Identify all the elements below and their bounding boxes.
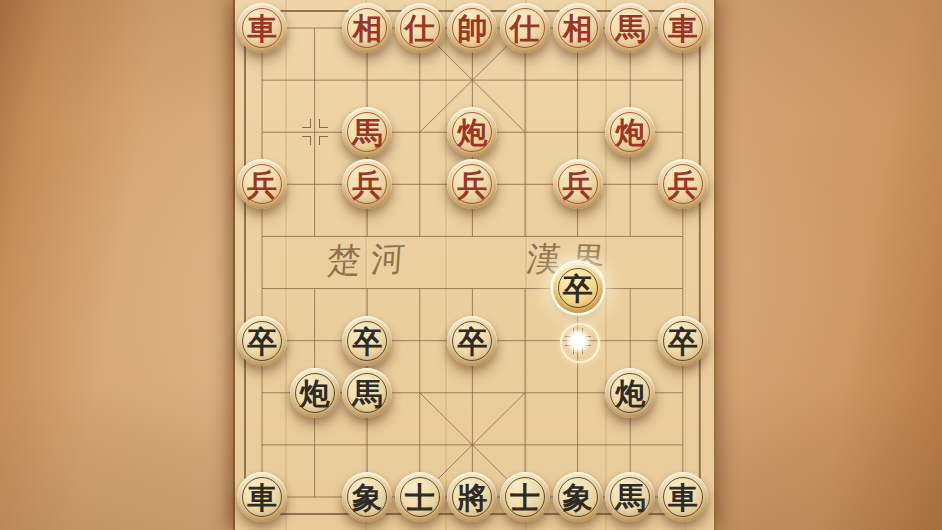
- piece-glyph: 兵: [668, 170, 698, 200]
- piece-glyph: 兵: [352, 170, 382, 200]
- piece-glyph: 象: [352, 483, 382, 513]
- piece-red-elephant[interactable]: 相: [342, 3, 392, 53]
- piece-red-chariot[interactable]: 車: [237, 3, 287, 53]
- piece-red-horse[interactable]: 馬: [605, 3, 655, 53]
- piece-glyph: 車: [247, 14, 277, 44]
- piece-black-general[interactable]: 將: [447, 472, 497, 522]
- piece-glyph: 帥: [457, 14, 487, 44]
- piece-red-general[interactable]: 帥: [447, 3, 497, 53]
- piece-glyph: 象: [563, 483, 593, 513]
- piece-black-soldier[interactable]: 卒: [342, 316, 392, 366]
- piece-red-soldier[interactable]: 兵: [237, 159, 287, 209]
- piece-glyph: 兵: [457, 170, 487, 200]
- piece-black-chariot[interactable]: 車: [237, 472, 287, 522]
- piece-glyph: 兵: [563, 170, 593, 200]
- piece-black-elephant[interactable]: 象: [553, 472, 603, 522]
- piece-glyph: 卒: [457, 327, 487, 357]
- piece-black-elephant[interactable]: 象: [342, 472, 392, 522]
- piece-glyph: 卒: [247, 327, 277, 357]
- piece-black-soldier[interactable]: 卒: [447, 316, 497, 366]
- piece-glyph: 相: [352, 14, 382, 44]
- piece-black-soldier[interactable]: 卒: [237, 316, 287, 366]
- piece-red-advisor[interactable]: 仕: [500, 3, 550, 53]
- piece-glyph: 炮: [615, 379, 645, 409]
- piece-black-horse[interactable]: 馬: [605, 472, 655, 522]
- piece-glyph: 馬: [352, 379, 382, 409]
- piece-glyph: 仕: [510, 14, 540, 44]
- board-intersections-grid: 車相仕帥仕相馬車馬炮炮兵兵兵兵兵卒卒卒卒卒炮馬炮車象士將士象馬車: [236, 2, 709, 523]
- piece-glyph: 炮: [457, 118, 487, 148]
- piece-black-horse[interactable]: 馬: [342, 368, 392, 418]
- piece-glyph: 將: [457, 483, 487, 513]
- piece-glyph: 車: [247, 483, 277, 513]
- piece-red-elephant[interactable]: 相: [553, 3, 603, 53]
- piece-red-cannon[interactable]: 炮: [605, 107, 655, 157]
- piece-black-advisor[interactable]: 士: [395, 472, 445, 522]
- piece-glyph: 車: [668, 14, 698, 44]
- piece-glyph: 馬: [352, 118, 382, 148]
- piece-glyph: 卒: [668, 327, 698, 357]
- piece-glyph: 卒: [352, 327, 382, 357]
- piece-red-horse[interactable]: 馬: [342, 107, 392, 157]
- piece-black-soldier[interactable]: 卒: [553, 263, 603, 313]
- piece-red-advisor[interactable]: 仕: [395, 3, 445, 53]
- piece-red-soldier[interactable]: 兵: [447, 159, 497, 209]
- piece-black-advisor[interactable]: 士: [500, 472, 550, 522]
- piece-red-soldier[interactable]: 兵: [658, 159, 708, 209]
- piece-red-cannon[interactable]: 炮: [447, 107, 497, 157]
- piece-glyph: 士: [405, 483, 435, 513]
- piece-black-soldier[interactable]: 卒: [658, 316, 708, 366]
- point-marker: [301, 118, 329, 146]
- piece-red-soldier[interactable]: 兵: [553, 159, 603, 209]
- piece-black-cannon[interactable]: 炮: [290, 368, 340, 418]
- piece-glyph: 炮: [300, 379, 330, 409]
- piece-red-soldier[interactable]: 兵: [342, 159, 392, 209]
- piece-glyph: 兵: [247, 170, 277, 200]
- piece-black-cannon[interactable]: 炮: [605, 368, 655, 418]
- piece-glyph: 卒: [563, 274, 593, 304]
- piece-glyph: 相: [563, 14, 593, 44]
- game-stage: 楚河 漢界 車相仕帥仕相馬車馬炮炮兵兵兵兵兵卒卒卒卒卒炮馬炮車象士將士象馬車: [0, 0, 942, 530]
- piece-black-chariot[interactable]: 車: [658, 472, 708, 522]
- piece-red-chariot[interactable]: 車: [658, 3, 708, 53]
- piece-glyph: 馬: [615, 483, 645, 513]
- piece-glyph: 仕: [405, 14, 435, 44]
- point-marker: [564, 327, 592, 355]
- piece-glyph: 車: [668, 483, 698, 513]
- piece-glyph: 士: [510, 483, 540, 513]
- piece-glyph: 炮: [615, 118, 645, 148]
- piece-glyph: 馬: [615, 14, 645, 44]
